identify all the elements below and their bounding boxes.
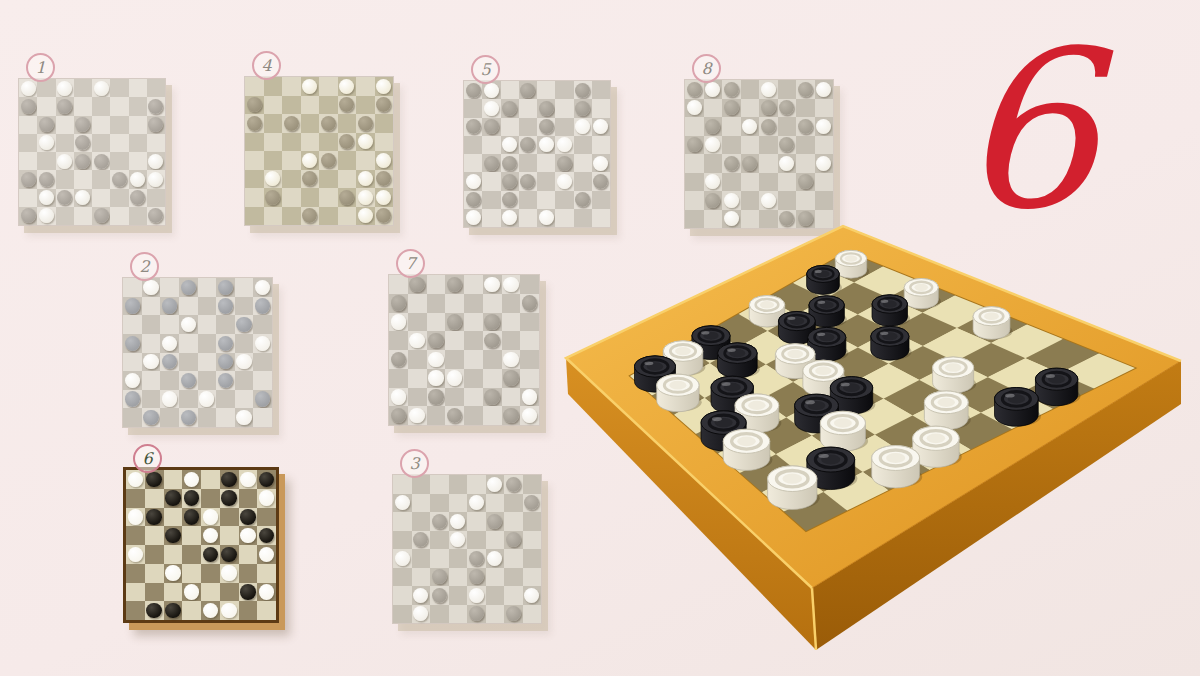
board-square xyxy=(445,388,464,407)
board-square xyxy=(92,134,110,152)
board-square xyxy=(711,314,767,347)
board-square xyxy=(464,350,483,369)
board-square xyxy=(504,531,523,550)
board-square xyxy=(74,189,92,207)
white-checker xyxy=(447,370,462,385)
board-square xyxy=(555,154,573,172)
board-square xyxy=(482,136,500,154)
board-number-badge: 2 xyxy=(130,252,159,281)
board-square xyxy=(741,210,760,229)
board-square xyxy=(375,133,394,152)
board-square xyxy=(826,348,889,382)
white-checker xyxy=(395,495,410,510)
board-number-badge: 1 xyxy=(26,53,55,82)
board-square xyxy=(56,134,74,152)
black-checker xyxy=(798,82,813,97)
board-square xyxy=(445,369,464,388)
black-checker xyxy=(484,156,499,171)
black-checker xyxy=(146,509,161,524)
board-square xyxy=(520,369,539,388)
board-square xyxy=(412,512,431,531)
white-checker xyxy=(128,472,143,487)
white-checker xyxy=(663,341,705,376)
board-square xyxy=(796,210,815,229)
white-checker xyxy=(872,446,923,488)
board-square xyxy=(123,371,142,390)
board-square xyxy=(216,315,235,334)
white-checker xyxy=(557,174,572,189)
board-square xyxy=(430,531,449,550)
board-square xyxy=(523,475,542,494)
board-square xyxy=(685,80,704,99)
board-square xyxy=(37,152,55,170)
board-square xyxy=(722,99,741,118)
black-checker xyxy=(807,447,858,489)
board-square xyxy=(464,209,482,227)
board-square xyxy=(445,313,464,332)
black-checker xyxy=(502,101,517,116)
board-square xyxy=(449,605,468,624)
black-checker xyxy=(125,298,140,313)
board-square xyxy=(282,133,301,152)
black-checker xyxy=(502,192,517,207)
board-square xyxy=(301,77,320,96)
mini-board-8[interactable]: 8 xyxy=(684,79,834,229)
board-square xyxy=(555,172,573,190)
board-square xyxy=(815,154,834,173)
black-checker xyxy=(21,172,36,187)
black-checker xyxy=(779,211,794,226)
board-frame-right-side xyxy=(812,361,1181,650)
board-square xyxy=(235,297,254,316)
board-square xyxy=(92,152,110,170)
white-checker xyxy=(184,584,199,599)
black-checker xyxy=(575,192,590,207)
board-square xyxy=(504,475,523,494)
board-square xyxy=(375,207,394,226)
board-square xyxy=(145,545,164,564)
board-square xyxy=(875,416,942,453)
board-square xyxy=(389,350,408,369)
board-square xyxy=(778,173,797,192)
black-checker xyxy=(165,603,180,618)
white-checker xyxy=(413,606,428,621)
board-square xyxy=(502,350,521,369)
board-square xyxy=(110,97,128,115)
board-square xyxy=(356,207,375,226)
black-checker xyxy=(705,119,720,134)
board-square xyxy=(858,298,923,331)
mini-board-3[interactable]: 3 xyxy=(392,474,542,624)
board-square xyxy=(796,99,815,118)
board-square xyxy=(464,191,482,209)
board-square xyxy=(338,151,357,170)
board-grid xyxy=(393,475,541,623)
board-square xyxy=(796,136,815,155)
board-square xyxy=(160,353,179,372)
board-square xyxy=(179,334,198,353)
board-square xyxy=(523,549,542,568)
board-square xyxy=(704,117,723,136)
board-square xyxy=(147,170,165,188)
board-square xyxy=(393,531,412,550)
board-square xyxy=(710,347,766,381)
board-square xyxy=(408,294,427,313)
white-checker xyxy=(39,135,54,150)
board-square xyxy=(393,568,412,587)
board-square xyxy=(375,151,394,170)
board-number-badge: 5 xyxy=(471,55,500,84)
white-checker xyxy=(575,119,590,134)
black-checker xyxy=(221,547,236,562)
white-checker xyxy=(657,374,702,412)
board-square xyxy=(482,191,500,209)
board-square xyxy=(235,315,254,334)
board-square xyxy=(486,605,505,624)
white-checker xyxy=(487,551,502,566)
board-square xyxy=(37,207,55,225)
board-square xyxy=(282,151,301,170)
white-checker xyxy=(57,81,72,96)
board-square xyxy=(486,494,505,513)
board-square xyxy=(722,80,741,99)
black-checker xyxy=(506,532,521,547)
white-checker xyxy=(450,532,465,547)
black-checker xyxy=(259,472,274,487)
black-checker xyxy=(376,208,391,223)
board-square xyxy=(239,601,258,620)
board-square xyxy=(198,353,217,372)
black-checker xyxy=(339,97,354,112)
board-square xyxy=(375,114,394,133)
board-square xyxy=(858,330,923,364)
black-checker xyxy=(125,391,140,406)
board-square xyxy=(464,154,482,172)
board-square xyxy=(464,172,482,190)
black-checker xyxy=(795,394,841,433)
mini-board-7[interactable]: 7 xyxy=(388,274,540,426)
board-square xyxy=(555,81,573,99)
board-square xyxy=(502,388,521,407)
black-checker xyxy=(593,174,608,189)
board-square xyxy=(483,275,502,294)
black-checker xyxy=(447,277,462,292)
white-checker xyxy=(502,137,517,152)
board-square xyxy=(722,117,741,136)
board-square xyxy=(264,207,283,226)
board-square xyxy=(142,408,161,427)
board-square xyxy=(501,118,519,136)
board-square xyxy=(537,172,555,190)
board-square xyxy=(220,470,239,489)
board-square xyxy=(728,400,786,436)
board-square xyxy=(704,173,723,192)
board-square xyxy=(356,133,375,152)
black-checker xyxy=(259,528,274,543)
white-checker xyxy=(724,211,739,226)
board-square xyxy=(555,209,573,227)
board-square xyxy=(301,188,320,207)
mini-board-6[interactable]: 6 xyxy=(123,467,279,623)
board-square xyxy=(482,172,500,190)
white-checker xyxy=(339,79,354,94)
black-checker xyxy=(506,606,521,621)
board-square xyxy=(778,210,797,229)
board-square xyxy=(592,81,610,99)
board-square xyxy=(823,472,888,511)
board-square xyxy=(126,526,145,545)
board-square xyxy=(92,79,110,97)
board-square xyxy=(19,134,37,152)
board-square xyxy=(502,275,521,294)
board-square xyxy=(555,136,573,154)
mini-board-2[interactable]: 2 xyxy=(122,277,273,428)
board-square xyxy=(393,494,412,513)
black-checker xyxy=(358,116,373,131)
white-checker xyxy=(413,588,428,603)
board-square xyxy=(216,353,235,372)
board-square xyxy=(464,406,483,425)
board-square xyxy=(160,390,179,409)
black-checker xyxy=(39,117,54,132)
board-square xyxy=(955,343,1025,377)
board-square xyxy=(164,489,183,508)
white-checker xyxy=(524,588,539,603)
board-square xyxy=(123,297,142,316)
board-square xyxy=(257,470,276,489)
white-checker xyxy=(39,208,54,223)
board-square xyxy=(427,388,446,407)
white-checker xyxy=(143,280,158,295)
black-checker xyxy=(143,410,158,425)
board-square xyxy=(449,586,468,605)
white-checker xyxy=(705,174,720,189)
board-square xyxy=(239,564,258,583)
board-square xyxy=(537,136,555,154)
black-checker xyxy=(539,119,554,134)
black-checker xyxy=(502,174,517,189)
board-square xyxy=(923,296,991,328)
black-checker xyxy=(236,317,251,332)
board-square xyxy=(147,134,165,152)
black-checker xyxy=(798,119,813,134)
black-checker xyxy=(302,171,317,186)
board-square xyxy=(301,207,320,226)
mini-board-5[interactable]: 5 xyxy=(463,80,611,228)
board-square xyxy=(519,81,537,99)
board-square xyxy=(129,207,147,225)
board-square xyxy=(486,568,505,587)
board-square xyxy=(126,470,145,489)
black-checker xyxy=(339,190,354,205)
board-square xyxy=(555,118,573,136)
black-checker xyxy=(112,172,127,187)
board-square xyxy=(630,361,681,396)
black-checker xyxy=(130,190,145,205)
board-square xyxy=(430,549,449,568)
board-square xyxy=(182,470,201,489)
board-square xyxy=(264,96,283,115)
board-square xyxy=(408,331,427,350)
white-checker xyxy=(358,171,373,186)
board-square xyxy=(449,531,468,550)
board-square xyxy=(574,209,592,227)
board-square xyxy=(182,508,201,527)
white-checker xyxy=(75,190,90,205)
white-checker xyxy=(484,101,499,116)
board-square xyxy=(486,512,505,531)
black-checker xyxy=(520,137,535,152)
white-checker xyxy=(148,154,163,169)
board-square xyxy=(110,134,128,152)
board-square xyxy=(182,601,201,620)
board-square xyxy=(179,278,198,297)
board-square xyxy=(282,77,301,96)
board-square xyxy=(408,406,427,425)
board-square xyxy=(412,568,431,587)
board-square xyxy=(430,494,449,513)
board-square xyxy=(722,191,741,210)
black-checker xyxy=(724,82,739,97)
board-number-badge: 8 xyxy=(692,54,721,83)
board-square xyxy=(235,334,254,353)
board-square xyxy=(537,81,555,99)
board-square xyxy=(198,278,217,297)
black-checker xyxy=(148,99,163,114)
white-checker xyxy=(816,156,831,171)
board-square xyxy=(759,191,778,210)
white-checker xyxy=(391,314,406,329)
board-square xyxy=(19,152,37,170)
white-checker xyxy=(236,410,251,425)
board-square xyxy=(338,114,357,133)
board-square xyxy=(216,297,235,316)
board-square xyxy=(537,209,555,227)
white-checker xyxy=(358,208,373,223)
board-square xyxy=(759,80,778,99)
board-square xyxy=(216,390,235,409)
board-square xyxy=(759,99,778,118)
puzzle-stage: 6 14582763 xyxy=(0,0,1200,676)
white-checker xyxy=(162,336,177,351)
black-checker xyxy=(184,509,199,524)
board-square xyxy=(253,278,272,297)
board-grid xyxy=(126,470,276,620)
black-checker xyxy=(466,119,481,134)
black-checker xyxy=(718,343,760,378)
board-square xyxy=(486,531,505,550)
board-square xyxy=(778,136,797,155)
board-square xyxy=(685,117,704,136)
board-square xyxy=(467,549,486,568)
board-square xyxy=(126,564,145,583)
board-square xyxy=(741,117,760,136)
board-square xyxy=(520,331,539,350)
board-square xyxy=(520,406,539,425)
black-checker xyxy=(432,569,447,584)
answer-number: 6 xyxy=(958,22,1097,240)
board-square xyxy=(253,390,272,409)
board-square xyxy=(741,99,760,118)
board-square xyxy=(449,475,468,494)
board-square xyxy=(854,267,919,298)
board-square xyxy=(592,118,610,136)
black-checker xyxy=(701,411,749,451)
board-square xyxy=(988,358,1060,393)
board-square xyxy=(519,209,537,227)
white-checker xyxy=(255,336,270,351)
board-square xyxy=(216,334,235,353)
board-square xyxy=(198,408,217,427)
board-square xyxy=(704,191,723,210)
black-checker xyxy=(705,193,720,208)
black-checker xyxy=(635,356,679,392)
board-square xyxy=(815,80,834,99)
board-square xyxy=(179,353,198,372)
white-checker xyxy=(593,119,608,134)
board-square xyxy=(160,371,179,390)
mini-board-1[interactable]: 1 xyxy=(18,78,166,226)
board-square xyxy=(741,136,760,155)
board-square xyxy=(815,191,834,210)
board-square xyxy=(766,283,826,315)
board-square xyxy=(467,475,486,494)
board-square xyxy=(282,170,301,189)
white-checker xyxy=(302,153,317,168)
board-square xyxy=(74,97,92,115)
board-square xyxy=(778,191,797,210)
board-grid xyxy=(389,275,539,425)
board-square xyxy=(142,315,161,334)
board-square xyxy=(464,313,483,332)
mini-board-4[interactable]: 4 xyxy=(244,76,394,226)
board-square xyxy=(796,173,815,192)
black-checker xyxy=(181,280,196,295)
board-square xyxy=(110,170,128,188)
black-checker xyxy=(376,97,391,112)
board-square xyxy=(741,173,760,192)
board-square xyxy=(501,81,519,99)
board-square xyxy=(56,152,74,170)
board-grid xyxy=(464,81,610,227)
white-checker xyxy=(924,391,970,430)
board-square xyxy=(235,408,254,427)
board-square xyxy=(519,99,537,117)
board-square xyxy=(704,99,723,118)
board-square xyxy=(129,116,147,134)
board-square xyxy=(19,170,37,188)
white-checker xyxy=(259,584,274,599)
board-square xyxy=(430,512,449,531)
board-square xyxy=(523,512,542,531)
board-square xyxy=(815,136,834,155)
board-square xyxy=(245,133,264,152)
black-checker xyxy=(221,490,236,505)
board-square xyxy=(145,601,164,620)
board-square xyxy=(722,154,741,173)
board-square xyxy=(449,494,468,513)
black-checker xyxy=(779,100,794,115)
board-square xyxy=(56,79,74,97)
board-square xyxy=(741,80,760,99)
board-square xyxy=(201,601,220,620)
board-square xyxy=(182,564,201,583)
black-checker xyxy=(39,172,54,187)
board-square xyxy=(555,191,573,209)
board-square xyxy=(145,526,164,545)
white-checker xyxy=(835,250,869,278)
black-checker xyxy=(428,333,443,348)
